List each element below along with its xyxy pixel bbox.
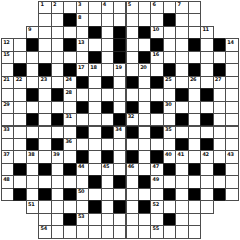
cell-13-0[interactable] <box>1 163 14 176</box>
cell-13-6[interactable]: 44 <box>76 163 89 176</box>
cell-16-5[interactable] <box>63 200 76 213</box>
cell-8-14[interactable] <box>175 101 188 114</box>
cell-7-8[interactable] <box>101 88 114 101</box>
cell-9-11[interactable] <box>138 113 151 126</box>
cell-8-4[interactable] <box>51 101 64 114</box>
cell-12-1[interactable] <box>13 150 26 163</box>
crossword-grid: 1234567891011121314151617181920212223242… <box>0 0 240 240</box>
cell-17-9[interactable] <box>113 213 126 226</box>
cell-3-13[interactable] <box>163 38 176 51</box>
black-cell-15-1 <box>13 188 26 201</box>
cell-12-17[interactable] <box>213 150 226 163</box>
cell-15-11[interactable] <box>138 188 151 201</box>
cell-6-15[interactable]: 26 <box>188 76 201 89</box>
cell-16-13[interactable] <box>163 200 176 213</box>
cell-13-8[interactable]: 45 <box>101 163 114 176</box>
cell-17-4[interactable] <box>51 213 64 226</box>
clue-number-30: 30 <box>165 102 171 107</box>
cell-8-3[interactable] <box>38 101 51 114</box>
cell-7-9[interactable] <box>113 88 126 101</box>
cell-5-18[interactable] <box>225 63 238 76</box>
cell-7-7[interactable] <box>88 88 101 101</box>
cell-2-12[interactable]: 10 <box>150 26 163 39</box>
black-cell-3-15 <box>188 38 201 51</box>
cell-9-13[interactable] <box>163 113 176 126</box>
cell-1-10[interactable] <box>126 13 139 26</box>
cell-14-15[interactable] <box>188 175 201 188</box>
cell-17-6[interactable]: 53 <box>76 213 89 226</box>
black-cell-17-5 <box>63 213 76 226</box>
cell-11-9[interactable] <box>113 138 126 151</box>
cell-3-6[interactable]: 13 <box>76 38 89 51</box>
cell-13-16[interactable] <box>200 163 213 176</box>
cell-7-3[interactable] <box>38 88 51 101</box>
cell-11-18[interactable] <box>225 138 238 151</box>
cell-13-18[interactable] <box>225 163 238 176</box>
cell-13-7[interactable] <box>88 163 101 176</box>
cell-11-17[interactable] <box>213 138 226 151</box>
cell-2-5[interactable] <box>63 26 76 39</box>
cell-7-6[interactable] <box>76 88 89 101</box>
black-cell-3-12 <box>150 38 163 51</box>
cell-12-0[interactable]: 37 <box>1 150 14 163</box>
cell-11-13[interactable] <box>163 138 176 151</box>
cell-0-3[interactable]: 1 <box>38 1 51 14</box>
cell-4-15[interactable] <box>188 51 201 64</box>
cell-4-8[interactable] <box>101 51 114 64</box>
cell-9-18[interactable] <box>225 113 238 126</box>
cell-17-10[interactable] <box>126 213 139 226</box>
cell-15-16[interactable] <box>200 188 213 201</box>
black-cell-12-6 <box>76 150 89 163</box>
cell-7-15[interactable] <box>188 88 201 101</box>
cell-12-16[interactable]: 42 <box>200 150 213 163</box>
cell-10-9[interactable]: 34 <box>113 126 126 139</box>
cell-18-3[interactable]: 54 <box>38 225 51 238</box>
cell-4-16[interactable] <box>200 51 213 64</box>
black-cell-10-8 <box>101 126 114 139</box>
cell-4-6[interactable] <box>76 51 89 64</box>
cell-3-4[interactable] <box>51 38 64 51</box>
cell-18-10[interactable] <box>126 225 139 238</box>
cell-10-14[interactable] <box>175 126 188 139</box>
cell-14-10[interactable] <box>126 175 139 188</box>
cell-2-3[interactable] <box>38 26 51 39</box>
cell-18-14[interactable] <box>175 225 188 238</box>
cell-8-9[interactable] <box>113 101 126 114</box>
cell-3-18[interactable]: 14 <box>225 38 238 51</box>
cell-7-13[interactable] <box>163 88 176 101</box>
cell-12-2[interactable]: 38 <box>26 150 39 163</box>
clue-number-48: 48 <box>3 177 9 182</box>
cell-1-3[interactable] <box>38 13 51 26</box>
cell-13-4[interactable] <box>51 163 64 176</box>
cell-1-9[interactable] <box>113 13 126 26</box>
cell-13-14[interactable] <box>175 163 188 176</box>
cell-6-2[interactable] <box>26 76 39 89</box>
black-cell-9-16 <box>200 113 213 126</box>
cell-16-4[interactable] <box>51 200 64 213</box>
cell-15-14[interactable] <box>175 188 188 201</box>
black-cell-16-7 <box>88 200 101 213</box>
cell-10-5[interactable] <box>63 126 76 139</box>
cell-10-13[interactable]: 35 <box>163 126 176 139</box>
cell-11-6[interactable] <box>76 138 89 151</box>
cell-16-8[interactable] <box>101 200 114 213</box>
cell-5-4[interactable] <box>51 63 64 76</box>
cell-5-14[interactable] <box>175 63 188 76</box>
cell-17-14[interactable] <box>175 213 188 226</box>
cell-14-18[interactable] <box>225 175 238 188</box>
cell-5-2[interactable] <box>26 63 39 76</box>
black-cell-10-10 <box>126 126 139 139</box>
cell-0-5[interactable] <box>63 1 76 14</box>
cell-10-0[interactable]: 33 <box>1 126 14 139</box>
cell-8-15[interactable] <box>188 101 201 114</box>
cell-9-8[interactable] <box>101 113 114 126</box>
clue-number-43: 43 <box>227 152 233 157</box>
cell-6-13[interactable]: 25 <box>163 76 176 89</box>
cell-5-6[interactable]: 17 <box>76 63 89 76</box>
cell-11-11[interactable] <box>138 138 151 151</box>
cell-6-3[interactable]: 23 <box>38 76 51 89</box>
cell-14-6[interactable] <box>76 175 89 188</box>
cell-0-6[interactable]: 3 <box>76 1 89 14</box>
cell-9-1[interactable] <box>13 113 26 126</box>
cell-0-7[interactable] <box>88 1 101 14</box>
cell-17-7[interactable] <box>88 213 101 226</box>
cell-4-13[interactable] <box>163 51 176 64</box>
black-cell-16-11 <box>138 200 151 213</box>
cell-12-14[interactable]: 41 <box>175 150 188 163</box>
cell-3-8[interactable] <box>101 38 114 51</box>
cell-15-18[interactable] <box>225 188 238 201</box>
cell-15-6[interactable]: 50 <box>76 188 89 201</box>
cell-4-17[interactable] <box>213 51 226 64</box>
cell-14-1[interactable] <box>13 175 26 188</box>
cell-5-11[interactable]: 20 <box>138 63 151 76</box>
cell-5-16[interactable] <box>200 63 213 76</box>
cell-14-16[interactable] <box>200 175 213 188</box>
cell-4-12[interactable]: 16 <box>150 51 163 64</box>
cell-7-11[interactable] <box>138 88 151 101</box>
cell-13-9[interactable] <box>113 163 126 176</box>
black-cell-9-2 <box>26 113 39 126</box>
cell-18-9[interactable] <box>113 225 126 238</box>
cell-16-12[interactable]: 52 <box>150 200 163 213</box>
cell-4-10[interactable] <box>126 51 139 64</box>
cell-11-3[interactable] <box>38 138 51 151</box>
cell-1-14[interactable] <box>175 13 188 26</box>
cell-13-10[interactable]: 46 <box>126 163 139 176</box>
cell-18-7[interactable] <box>88 225 101 238</box>
cell-11-7[interactable] <box>88 138 101 151</box>
cell-6-18[interactable] <box>225 76 238 89</box>
cell-3-11[interactable] <box>138 38 151 51</box>
cell-16-15[interactable] <box>188 200 201 213</box>
cell-3-7[interactable] <box>88 38 101 51</box>
cell-1-7[interactable] <box>88 13 101 26</box>
cell-6-11[interactable] <box>138 76 151 89</box>
cell-10-18[interactable] <box>225 126 238 139</box>
cell-18-11[interactable] <box>138 225 151 238</box>
cell-14-13[interactable] <box>163 175 176 188</box>
black-cell-3-9 <box>113 38 126 51</box>
cell-13-2[interactable] <box>26 163 39 176</box>
cell-3-14[interactable] <box>175 38 188 51</box>
cell-5-8[interactable] <box>101 63 114 76</box>
cell-0-15[interactable] <box>188 1 201 14</box>
cell-6-5[interactable]: 24 <box>63 76 76 89</box>
cell-1-11[interactable] <box>138 13 151 26</box>
cell-2-6[interactable] <box>76 26 89 39</box>
cell-11-1[interactable] <box>13 138 26 151</box>
black-cell-1-5 <box>63 13 76 26</box>
black-cell-5-5 <box>63 63 76 76</box>
cell-7-10[interactable] <box>126 88 139 101</box>
cell-8-16[interactable] <box>200 101 213 114</box>
cell-3-10[interactable] <box>126 38 139 51</box>
black-cell-6-8 <box>101 76 114 89</box>
cell-7-0[interactable] <box>1 88 14 101</box>
cell-12-15[interactable] <box>188 150 201 163</box>
cell-10-15[interactable] <box>188 126 201 139</box>
cell-15-9[interactable] <box>113 188 126 201</box>
cell-4-0[interactable]: 15 <box>1 51 14 64</box>
cell-12-3[interactable] <box>38 150 51 163</box>
cell-11-15[interactable] <box>188 138 201 151</box>
cell-12-5[interactable] <box>63 150 76 163</box>
cell-2-2[interactable]: 9 <box>26 26 39 39</box>
cell-8-5[interactable] <box>63 101 76 114</box>
cell-11-10[interactable] <box>126 138 139 151</box>
cell-5-10[interactable] <box>126 63 139 76</box>
cell-2-15[interactable] <box>188 26 201 39</box>
cell-9-12[interactable] <box>150 113 163 126</box>
cell-3-3[interactable] <box>38 38 51 51</box>
cell-9-7[interactable] <box>88 113 101 126</box>
cell-2-13[interactable] <box>163 26 176 39</box>
cell-5-7[interactable]: 18 <box>88 63 101 76</box>
cell-14-3[interactable] <box>38 175 51 188</box>
cell-2-16[interactable]: 11 <box>200 26 213 39</box>
cell-14-8[interactable] <box>101 175 114 188</box>
cell-1-6[interactable]: 8 <box>76 13 89 26</box>
cell-9-3[interactable] <box>38 113 51 126</box>
cell-6-9[interactable] <box>113 76 126 89</box>
black-cell-7-14 <box>175 88 188 101</box>
cell-10-17[interactable] <box>213 126 226 139</box>
cell-14-12[interactable]: 49 <box>150 175 163 188</box>
cell-13-11[interactable] <box>138 163 151 176</box>
clue-number-23: 23 <box>41 77 47 82</box>
cell-6-7[interactable] <box>88 76 101 89</box>
cell-11-12[interactable] <box>150 138 163 151</box>
cell-6-0[interactable]: 21 <box>1 76 14 89</box>
black-cell-8-8 <box>101 101 114 114</box>
cell-16-2[interactable]: 51 <box>26 200 39 213</box>
cell-18-5[interactable] <box>63 225 76 238</box>
cell-2-10[interactable] <box>126 26 139 39</box>
cell-12-18[interactable]: 43 <box>225 150 238 163</box>
cell-10-7[interactable] <box>88 126 101 139</box>
cell-7-17[interactable] <box>213 88 226 101</box>
clue-number-22: 22 <box>16 77 22 82</box>
cell-6-14[interactable] <box>175 76 188 89</box>
cell-11-0[interactable] <box>1 138 14 151</box>
cell-4-14[interactable] <box>175 51 188 64</box>
cell-15-10[interactable] <box>126 188 139 201</box>
cell-7-5[interactable]: 28 <box>63 88 76 101</box>
black-cell-13-15 <box>188 163 201 176</box>
cell-1-4[interactable] <box>51 13 64 26</box>
cell-6-4[interactable] <box>51 76 64 89</box>
black-cell-12-8 <box>101 150 114 163</box>
cell-15-8[interactable] <box>101 188 114 201</box>
cell-0-4[interactable]: 2 <box>51 1 64 14</box>
cell-8-7[interactable] <box>88 101 101 114</box>
cell-18-13[interactable] <box>163 225 176 238</box>
cell-9-6[interactable] <box>76 113 89 126</box>
cell-12-13[interactable]: 40 <box>163 150 176 163</box>
cell-12-11[interactable] <box>138 150 151 163</box>
black-cell-2-7 <box>88 26 101 39</box>
cell-15-2[interactable] <box>26 188 39 201</box>
cell-8-1[interactable] <box>13 101 26 114</box>
cell-4-1[interactable] <box>13 51 26 64</box>
cell-16-6[interactable] <box>76 200 89 213</box>
cell-17-15[interactable] <box>188 213 201 226</box>
cell-18-12[interactable]: 55 <box>150 225 163 238</box>
cell-16-14[interactable] <box>175 200 188 213</box>
cell-6-1[interactable]: 22 <box>13 76 26 89</box>
cell-17-8[interactable] <box>101 213 114 226</box>
cell-10-11[interactable] <box>138 126 151 139</box>
cell-11-5[interactable]: 36 <box>63 138 76 151</box>
cell-8-18[interactable] <box>225 101 238 114</box>
cell-7-18[interactable] <box>225 88 238 101</box>
cell-5-12[interactable] <box>150 63 163 76</box>
cell-17-11[interactable] <box>138 213 151 226</box>
cell-5-9[interactable]: 19 <box>113 63 126 76</box>
cell-7-1[interactable] <box>13 88 26 101</box>
cell-14-14[interactable] <box>175 175 188 188</box>
cell-9-10[interactable]: 32 <box>126 113 139 126</box>
black-cell-7-2 <box>26 88 39 101</box>
clue-number-7: 7 <box>177 2 180 7</box>
cell-4-5[interactable] <box>63 51 76 64</box>
cell-2-8[interactable] <box>101 26 114 39</box>
cell-10-4[interactable] <box>51 126 64 139</box>
clue-number-9: 9 <box>28 27 31 32</box>
black-cell-3-2 <box>26 38 39 51</box>
cell-12-7[interactable] <box>88 150 101 163</box>
cell-14-5[interactable] <box>63 175 76 188</box>
cell-9-0[interactable] <box>1 113 14 126</box>
cell-2-14[interactable] <box>175 26 188 39</box>
cell-4-2[interactable] <box>26 51 39 64</box>
cell-3-0[interactable]: 12 <box>1 38 14 51</box>
cell-18-6[interactable] <box>76 225 89 238</box>
cell-16-10[interactable] <box>126 200 139 213</box>
cell-17-12[interactable] <box>150 213 163 226</box>
cell-15-0[interactable] <box>1 188 14 201</box>
cell-8-13[interactable]: 30 <box>163 101 176 114</box>
cell-3-16[interactable] <box>200 38 213 51</box>
cell-0-14[interactable]: 7 <box>175 1 188 14</box>
cell-8-17[interactable] <box>213 101 226 114</box>
cell-18-15[interactable] <box>188 225 201 238</box>
cell-8-2[interactable] <box>26 101 39 114</box>
clue-number-49: 49 <box>153 177 159 182</box>
cell-7-12[interactable] <box>150 88 163 101</box>
clue-number-50: 50 <box>78 189 84 194</box>
cell-18-8[interactable] <box>101 225 114 238</box>
cell-1-15[interactable] <box>188 13 201 26</box>
black-cell-2-11 <box>138 26 151 39</box>
cell-2-4[interactable] <box>51 26 64 39</box>
cell-17-3[interactable] <box>38 213 51 226</box>
cell-14-2[interactable] <box>26 175 39 188</box>
cell-6-17[interactable]: 27 <box>213 76 226 89</box>
black-cell-4-11 <box>138 51 151 64</box>
cell-9-15[interactable] <box>188 113 201 126</box>
black-cell-14-11 <box>138 175 151 188</box>
clue-number-19: 19 <box>115 65 121 70</box>
cell-1-12[interactable] <box>150 13 163 26</box>
cell-0-10[interactable]: 5 <box>126 1 139 14</box>
cell-15-7[interactable] <box>88 188 101 201</box>
cell-9-5[interactable]: 31 <box>63 113 76 126</box>
cell-10-1[interactable] <box>13 126 26 139</box>
cell-12-4[interactable]: 39 <box>51 150 64 163</box>
clue-number-16: 16 <box>153 52 159 57</box>
cell-10-16[interactable] <box>200 126 213 139</box>
cell-6-16[interactable] <box>200 76 213 89</box>
cell-10-2[interactable] <box>26 126 39 139</box>
cell-9-17[interactable] <box>213 113 226 126</box>
clue-number-35: 35 <box>165 127 171 132</box>
cell-14-17[interactable] <box>213 175 226 188</box>
cell-10-3[interactable] <box>38 126 51 139</box>
cell-15-12[interactable] <box>150 188 163 201</box>
cell-14-4[interactable] <box>51 175 64 188</box>
cell-8-0[interactable]: 29 <box>1 101 14 114</box>
cell-3-1[interactable] <box>13 38 26 51</box>
black-cell-5-1 <box>13 63 26 76</box>
cell-13-12[interactable]: 47 <box>150 163 163 176</box>
cell-0-11[interactable] <box>138 1 151 14</box>
cell-0-13[interactable] <box>163 1 176 14</box>
black-cell-13-1 <box>13 163 26 176</box>
cell-16-16[interactable] <box>200 200 213 213</box>
cell-8-11[interactable] <box>138 101 151 114</box>
cell-4-3[interactable] <box>38 51 51 64</box>
cell-5-0[interactable] <box>1 63 14 76</box>
cell-16-3[interactable] <box>38 200 51 213</box>
cell-4-4[interactable] <box>51 51 64 64</box>
cell-1-8[interactable] <box>101 13 114 26</box>
cell-4-18[interactable] <box>225 51 238 64</box>
cell-0-9[interactable] <box>113 1 126 14</box>
cell-11-8[interactable] <box>101 138 114 151</box>
cell-0-8[interactable]: 4 <box>101 1 114 14</box>
cell-0-12[interactable]: 6 <box>150 1 163 14</box>
cell-15-4[interactable] <box>51 188 64 201</box>
cell-18-4[interactable] <box>51 225 64 238</box>
cell-12-9[interactable] <box>113 150 126 163</box>
cell-14-0[interactable]: 48 <box>1 175 14 188</box>
